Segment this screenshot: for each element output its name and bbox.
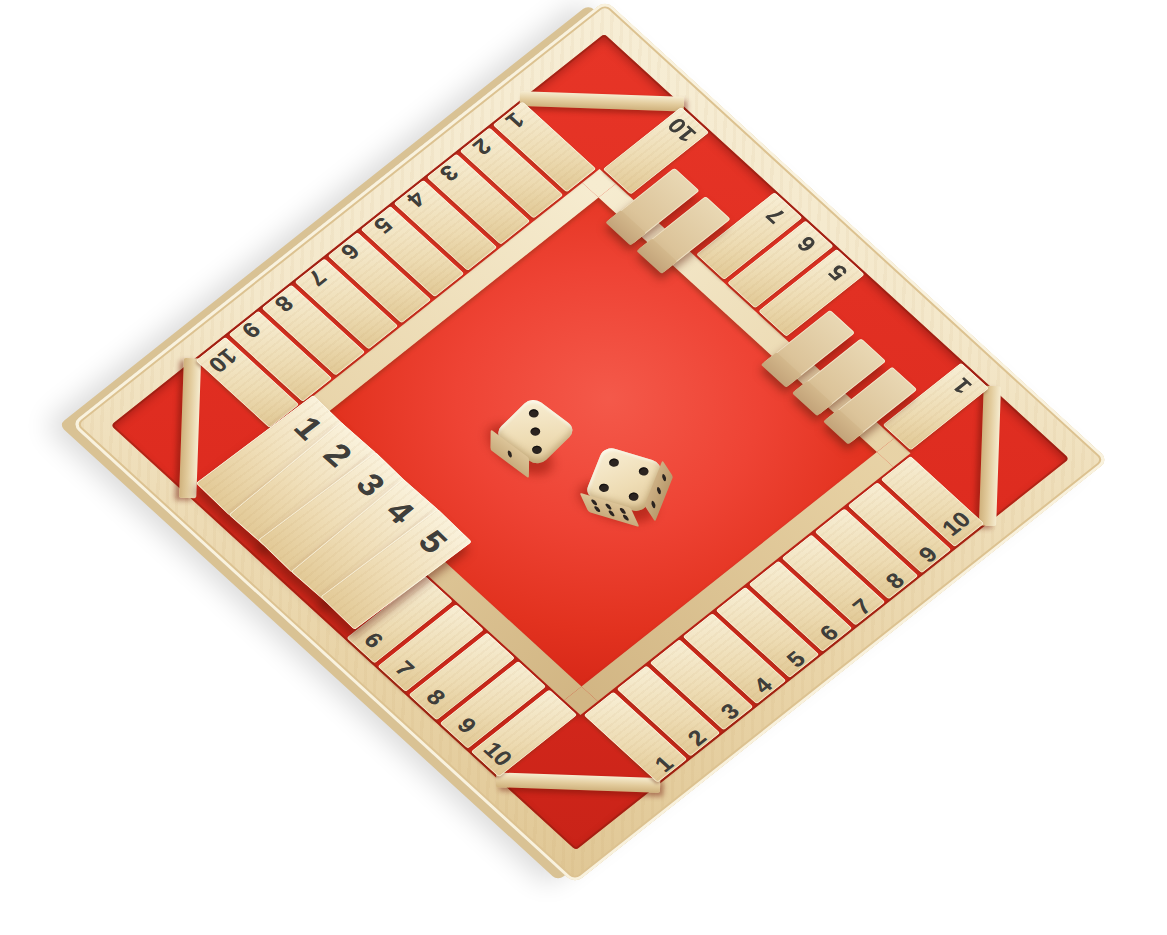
tile-number: 4 [750,674,777,698]
tile-number: 8 [422,686,450,709]
corner-divider [496,772,661,792]
tile-number: 10 [939,508,976,540]
shut-the-box-board: 12345678910 107651 12345678910 109876543… [71,0,1109,884]
tile-number: 4 [380,494,421,528]
tile-number: 7 [849,595,876,619]
tile-number: 3 [436,161,463,185]
tile-number: 6 [793,232,821,255]
tile-number: 1 [502,108,529,132]
tile-number: 2 [318,438,359,472]
tile-number: 3 [717,700,744,724]
product-photo-scene: 12345678910 107651 12345678910 109876543… [0,0,1167,935]
tile-number: 1 [948,374,976,397]
tile-number: 2 [684,726,711,750]
tile-number: 10 [204,344,241,376]
tile-number: 9 [238,318,265,342]
tile-number: 5 [824,260,852,283]
tile-number: 8 [271,292,298,316]
tile-number: 5 [413,525,454,559]
tile-number: 6 [337,239,364,263]
tile-number: 6 [816,621,843,645]
corner-divider [979,386,1001,526]
tile-number: 10 [664,114,701,146]
tile-number: 9 [915,543,942,567]
tile-number: 2 [469,134,496,158]
tile-number: 4 [403,187,430,211]
board-frame: 12345678910 107651 12345678910 109876543… [71,0,1109,884]
tile-number: 7 [762,204,790,227]
tile-number: 6 [360,629,388,652]
corner-divider [179,358,201,498]
tile-number: 7 [391,657,419,680]
tile-number: 10 [479,738,516,770]
tile-number: 8 [882,569,909,593]
tile-number: 5 [783,647,810,671]
tile-number: 9 [453,714,481,737]
corner-divider [520,91,685,111]
tile-number: 1 [651,752,678,776]
tile-number: 7 [304,265,331,289]
die-pip [508,449,512,458]
tile-number: 5 [370,213,397,237]
